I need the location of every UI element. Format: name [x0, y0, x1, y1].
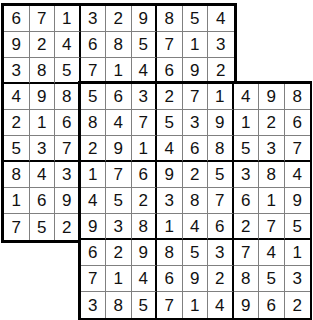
g2-cell-r3c3: 1 [132, 136, 158, 162]
g2-cell-r6c4: 1 [157, 214, 183, 240]
g2-cell-r4c4: 9 [157, 162, 183, 188]
g2-cell-r2c9: 6 [285, 110, 311, 136]
g2-cell-r1c5: 7 [183, 84, 209, 110]
sudoku-grid-2: 5632714988475391262914685371769253844523… [78, 81, 313, 320]
g1-cell-r2c9: 3 [208, 32, 234, 58]
g2-cell-r2c6: 9 [208, 110, 234, 136]
g2-cell-r9c4: 7 [157, 292, 183, 318]
g2-cell-r3c8: 3 [259, 136, 285, 162]
g2-cell-r6c2: 3 [106, 214, 132, 240]
g1-cell-r2c6: 5 [132, 32, 158, 58]
g2-cell-r3c1: 2 [81, 136, 107, 162]
g1-cell-r6c1: 5 [4, 136, 30, 162]
g1-cell-r3c2: 8 [30, 58, 56, 84]
g2-cell-r4c1: 1 [81, 162, 107, 188]
g1-cell-r5c1: 2 [4, 110, 30, 136]
g2-cell-r5c3: 2 [132, 188, 158, 214]
g2-cell-r7c4: 8 [157, 240, 183, 266]
g1-cell-r1c4: 3 [81, 6, 107, 32]
g2-cell-r2c3: 7 [132, 110, 158, 136]
g2-cell-r7c7: 7 [234, 240, 260, 266]
twodoku-board: 6713298549246857133857146924985632712168… [0, 0, 312, 320]
g2-cell-r1c7: 4 [234, 84, 260, 110]
g1-cell-r1c1: 6 [4, 6, 30, 32]
g2-cell-r8c1: 7 [81, 266, 107, 292]
g1-cell-r1c9: 4 [208, 6, 234, 32]
g1-cell-r2c1: 9 [4, 32, 30, 58]
g2-cell-r3c2: 9 [106, 136, 132, 162]
g2-cell-r4c5: 2 [183, 162, 209, 188]
g2-cell-r7c2: 2 [106, 240, 132, 266]
g1-cell-r1c8: 5 [183, 6, 209, 32]
g2-cell-r5c6: 7 [208, 188, 234, 214]
g2-cell-r1c9: 8 [285, 84, 311, 110]
g2-cell-r3c9: 7 [285, 136, 311, 162]
g1-cell-r9c1: 7 [4, 214, 30, 240]
g2-cell-r2c7: 1 [234, 110, 260, 136]
g1-cell-r4c1: 4 [4, 84, 30, 110]
g1-cell-r7c2: 4 [30, 162, 56, 188]
g2-cell-r2c8: 2 [259, 110, 285, 136]
g2-cell-r8c3: 4 [132, 266, 158, 292]
g1-cell-r6c2: 3 [30, 136, 56, 162]
g2-cell-r5c5: 8 [183, 188, 209, 214]
g2-cell-r2c2: 4 [106, 110, 132, 136]
g2-cell-r6c5: 4 [183, 214, 209, 240]
g2-cell-r7c9: 1 [285, 240, 311, 266]
g1-cell-r2c3: 4 [55, 32, 81, 58]
g1-cell-r2c4: 6 [81, 32, 107, 58]
g2-cell-r8c7: 8 [234, 266, 260, 292]
g2-cell-r9c6: 4 [208, 292, 234, 318]
g2-cell-r5c4: 3 [157, 188, 183, 214]
g2-cell-r5c2: 5 [106, 188, 132, 214]
g2-cell-r9c2: 8 [106, 292, 132, 318]
g2-cell-r7c3: 9 [132, 240, 158, 266]
g2-cell-r3c4: 4 [157, 136, 183, 162]
g2-cell-r7c5: 5 [183, 240, 209, 266]
g1-cell-r2c8: 1 [183, 32, 209, 58]
g2-cell-r3c7: 5 [234, 136, 260, 162]
g2-cell-r7c6: 3 [208, 240, 234, 266]
g1-cell-r1c7: 8 [157, 6, 183, 32]
g1-cell-r1c6: 9 [132, 6, 158, 32]
g1-cell-r9c2: 5 [30, 214, 56, 240]
g2-cell-r9c1: 3 [81, 292, 107, 318]
g2-cell-r6c3: 8 [132, 214, 158, 240]
g2-cell-r9c8: 6 [259, 292, 285, 318]
g2-cell-r9c9: 2 [285, 292, 311, 318]
g1-cell-r8c1: 1 [4, 188, 30, 214]
g2-cell-r1c3: 3 [132, 84, 158, 110]
g1-cell-r1c5: 2 [106, 6, 132, 32]
g2-cell-r8c2: 1 [106, 266, 132, 292]
g2-cell-r9c3: 5 [132, 292, 158, 318]
g2-cell-r9c5: 1 [183, 292, 209, 318]
g2-cell-r9c7: 9 [234, 292, 260, 318]
g2-cell-r1c8: 9 [259, 84, 285, 110]
g1-cell-r2c7: 7 [157, 32, 183, 58]
g2-cell-r5c9: 9 [285, 188, 311, 214]
g2-cell-r8c8: 5 [259, 266, 285, 292]
g1-cell-r2c5: 8 [106, 32, 132, 58]
g1-cell-r8c2: 6 [30, 188, 56, 214]
g2-cell-r8c6: 2 [208, 266, 234, 292]
g2-cell-r1c2: 6 [106, 84, 132, 110]
g2-cell-r4c3: 6 [132, 162, 158, 188]
g1-cell-r7c1: 8 [4, 162, 30, 188]
g2-cell-r5c8: 1 [259, 188, 285, 214]
g2-cell-r7c1: 6 [81, 240, 107, 266]
g1-cell-r2c2: 2 [30, 32, 56, 58]
g2-cell-r6c6: 6 [208, 214, 234, 240]
g2-cell-r2c1: 8 [81, 110, 107, 136]
g1-cell-r4c2: 9 [30, 84, 56, 110]
g1-cell-r1c3: 1 [55, 6, 81, 32]
g2-cell-r5c7: 6 [234, 188, 260, 214]
g2-cell-r4c7: 3 [234, 162, 260, 188]
g2-cell-r4c6: 5 [208, 162, 234, 188]
g2-cell-r1c4: 2 [157, 84, 183, 110]
g2-cell-r2c4: 5 [157, 110, 183, 136]
g2-cell-r4c2: 7 [106, 162, 132, 188]
g2-cell-r1c1: 5 [81, 84, 107, 110]
g1-cell-r1c2: 7 [30, 6, 56, 32]
g2-cell-r8c9: 3 [285, 266, 311, 292]
g2-cell-r8c5: 9 [183, 266, 209, 292]
g2-cell-r4c8: 8 [259, 162, 285, 188]
g2-cell-r3c5: 6 [183, 136, 209, 162]
g2-cell-r2c5: 3 [183, 110, 209, 136]
g2-cell-r4c9: 4 [285, 162, 311, 188]
g1-cell-r3c1: 3 [4, 58, 30, 84]
g2-cell-r3c6: 8 [208, 136, 234, 162]
g2-cell-r6c7: 2 [234, 214, 260, 240]
g2-cell-r8c4: 6 [157, 266, 183, 292]
g2-cell-r5c1: 4 [81, 188, 107, 214]
g2-cell-r7c8: 4 [259, 240, 285, 266]
g2-cell-r6c1: 9 [81, 214, 107, 240]
g2-cell-r6c8: 7 [259, 214, 285, 240]
g2-cell-r1c6: 1 [208, 84, 234, 110]
g2-cell-r6c9: 5 [285, 214, 311, 240]
g1-cell-r5c2: 1 [30, 110, 56, 136]
